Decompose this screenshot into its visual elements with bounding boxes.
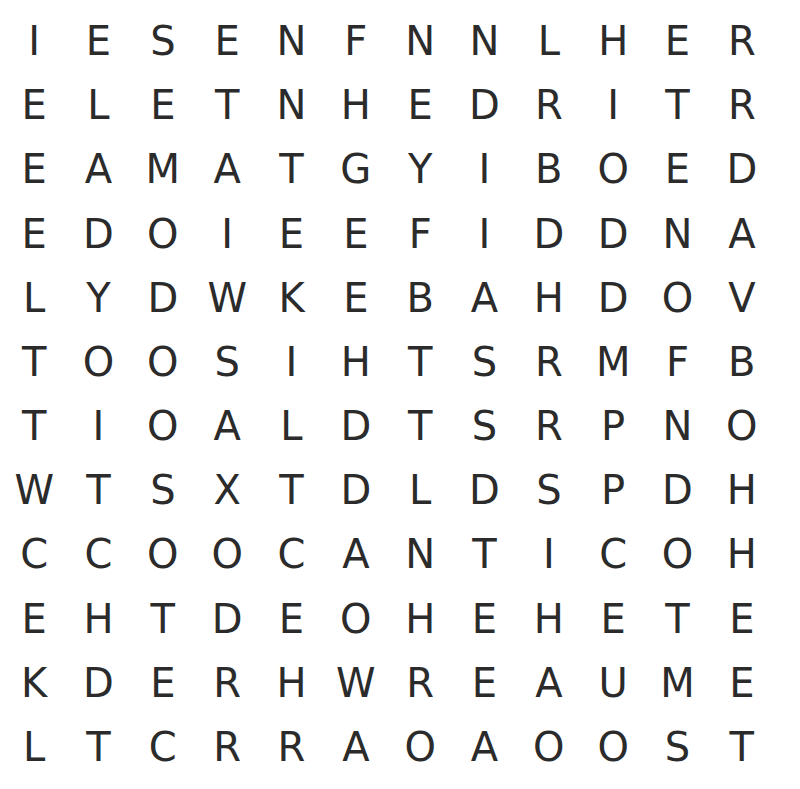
- grid-cell-r1c3[interactable]: S: [131, 9, 195, 73]
- grid-cell-r12c10[interactable]: O: [581, 715, 645, 779]
- grid-cell-r6c10[interactable]: M: [581, 330, 645, 394]
- grid-cell-r9c4[interactable]: O: [195, 522, 259, 586]
- grid-cell-r9c1[interactable]: C: [2, 522, 66, 586]
- grid-cell-r9c3[interactable]: O: [131, 522, 195, 586]
- grid-cell-r4c10[interactable]: D: [581, 201, 645, 265]
- grid-cell-r7c3[interactable]: O: [131, 394, 195, 458]
- grid-cell-r5c12[interactable]: V: [710, 266, 774, 330]
- grid-cell-r1c4[interactable]: E: [195, 9, 259, 73]
- grid-cell-r5c7[interactable]: B: [388, 266, 452, 330]
- grid-cell-r12c6[interactable]: A: [324, 715, 388, 779]
- grid-cell-r7c6[interactable]: D: [324, 394, 388, 458]
- grid-cell-r12c12[interactable]: T: [710, 715, 774, 779]
- grid-cell-r1c12[interactable]: R: [710, 9, 774, 73]
- grid-cell-r11c6[interactable]: W: [324, 651, 388, 715]
- grid-cell-r5c1[interactable]: L: [2, 266, 66, 330]
- grid-cell-r4c5[interactable]: E: [259, 201, 323, 265]
- grid-cell-r5c4[interactable]: W: [195, 266, 259, 330]
- grid-cell-r5c2[interactable]: Y: [66, 266, 130, 330]
- grid-cell-r3c1[interactable]: E: [2, 137, 66, 201]
- grid-cell-r5c9[interactable]: H: [517, 266, 581, 330]
- grid-cell-r10c4[interactable]: D: [195, 586, 259, 650]
- grid-cell-r3c6[interactable]: G: [324, 137, 388, 201]
- grid-cell-r11c12[interactable]: E: [710, 651, 774, 715]
- grid-cell-r10c5[interactable]: E: [259, 586, 323, 650]
- grid-cell-r5c8[interactable]: A: [452, 266, 516, 330]
- grid-cell-r6c3[interactable]: O: [131, 330, 195, 394]
- grid-cell-r8c9[interactable]: S: [517, 458, 581, 522]
- grid-cell-r2c7[interactable]: E: [388, 73, 452, 137]
- grid-cell-r7c9[interactable]: R: [517, 394, 581, 458]
- grid-cell-r10c6[interactable]: O: [324, 586, 388, 650]
- grid-cell-r4c6[interactable]: E: [324, 201, 388, 265]
- grid-cell-r1c5[interactable]: N: [259, 9, 323, 73]
- grid-cell-r8c10[interactable]: P: [581, 458, 645, 522]
- grid-cell-r5c6[interactable]: E: [324, 266, 388, 330]
- grid-cell-r8c7[interactable]: L: [388, 458, 452, 522]
- grid-cell-r12c5[interactable]: R: [259, 715, 323, 779]
- grid-cell-r9c11[interactable]: O: [645, 522, 709, 586]
- grid-cell-r9c2[interactable]: C: [66, 522, 130, 586]
- grid-cell-r7c10[interactable]: P: [581, 394, 645, 458]
- grid-cell-r4c9[interactable]: D: [517, 201, 581, 265]
- grid-cell-r11c11[interactable]: M: [645, 651, 709, 715]
- grid-cell-r6c8[interactable]: S: [452, 330, 516, 394]
- grid-cell-r3c10[interactable]: O: [581, 137, 645, 201]
- grid-cell-r8c1[interactable]: W: [2, 458, 66, 522]
- grid-cell-r2c4[interactable]: T: [195, 73, 259, 137]
- grid-cell-r7c11[interactable]: N: [645, 394, 709, 458]
- grid-cell-r6c9[interactable]: R: [517, 330, 581, 394]
- grid-cell-r12c1[interactable]: L: [2, 715, 66, 779]
- grid-cell-r1c2[interactable]: E: [66, 9, 130, 73]
- grid-cell-r12c7[interactable]: O: [388, 715, 452, 779]
- grid-cell-r7c12[interactable]: O: [710, 394, 774, 458]
- grid-cell-r6c11[interactable]: F: [645, 330, 709, 394]
- grid-cell-r10c1[interactable]: E: [2, 586, 66, 650]
- grid-cell-r7c5[interactable]: L: [259, 394, 323, 458]
- grid-cell-r4c7[interactable]: F: [388, 201, 452, 265]
- grid-cell-r3c7[interactable]: Y: [388, 137, 452, 201]
- grid-cell-r9c12[interactable]: H: [710, 522, 774, 586]
- grid-cell-r5c3[interactable]: D: [131, 266, 195, 330]
- grid-cell-r6c6[interactable]: H: [324, 330, 388, 394]
- grid-cell-r11c5[interactable]: H: [259, 651, 323, 715]
- grid-cell-r2c2[interactable]: L: [66, 73, 130, 137]
- word-search-grid: IESENFNNLHERELETNHEDRITREAMATGYIBOEDEDOI…: [2, 9, 774, 779]
- grid-cell-r4c11[interactable]: N: [645, 201, 709, 265]
- grid-cell-r4c4[interactable]: I: [195, 201, 259, 265]
- grid-cell-r9c6[interactable]: A: [324, 522, 388, 586]
- grid-cell-r9c7[interactable]: N: [388, 522, 452, 586]
- grid-cell-r6c2[interactable]: O: [66, 330, 130, 394]
- grid-cell-r12c8[interactable]: A: [452, 715, 516, 779]
- grid-cell-r12c4[interactable]: R: [195, 715, 259, 779]
- grid-cell-r12c9[interactable]: O: [517, 715, 581, 779]
- grid-cell-r3c4[interactable]: A: [195, 137, 259, 201]
- grid-cell-r12c2[interactable]: T: [66, 715, 130, 779]
- grid-cell-r3c5[interactable]: T: [259, 137, 323, 201]
- grid-cell-r10c12[interactable]: E: [710, 586, 774, 650]
- grid-cell-r2c10[interactable]: I: [581, 73, 645, 137]
- grid-cell-r1c10[interactable]: H: [581, 9, 645, 73]
- grid-cell-r7c7[interactable]: T: [388, 394, 452, 458]
- grid-cell-r2c6[interactable]: H: [324, 73, 388, 137]
- grid-cell-r10c10[interactable]: E: [581, 586, 645, 650]
- grid-cell-r11c9[interactable]: A: [517, 651, 581, 715]
- grid-cell-r3c12[interactable]: D: [710, 137, 774, 201]
- grid-cell-r9c8[interactable]: T: [452, 522, 516, 586]
- grid-cell-r8c6[interactable]: D: [324, 458, 388, 522]
- grid-cell-r5c11[interactable]: O: [645, 266, 709, 330]
- grid-cell-r9c5[interactable]: C: [259, 522, 323, 586]
- grid-cell-r3c11[interactable]: E: [645, 137, 709, 201]
- grid-cell-r2c12[interactable]: R: [710, 73, 774, 137]
- grid-cell-r6c12[interactable]: B: [710, 330, 774, 394]
- grid-cell-r2c3[interactable]: E: [131, 73, 195, 137]
- grid-cell-r9c9[interactable]: I: [517, 522, 581, 586]
- grid-cell-r2c9[interactable]: R: [517, 73, 581, 137]
- grid-cell-r8c2[interactable]: T: [66, 458, 130, 522]
- grid-cell-r2c8[interactable]: D: [452, 73, 516, 137]
- grid-cell-r6c7[interactable]: T: [388, 330, 452, 394]
- grid-cell-r3c2[interactable]: A: [66, 137, 130, 201]
- grid-cell-r11c4[interactable]: R: [195, 651, 259, 715]
- grid-cell-r1c7[interactable]: N: [388, 9, 452, 73]
- grid-cell-r4c8[interactable]: I: [452, 201, 516, 265]
- grid-cell-r6c4[interactable]: S: [195, 330, 259, 394]
- grid-cell-r6c1[interactable]: T: [2, 330, 66, 394]
- grid-cell-r12c11[interactable]: S: [645, 715, 709, 779]
- grid-cell-r1c9[interactable]: L: [517, 9, 581, 73]
- grid-cell-r8c5[interactable]: T: [259, 458, 323, 522]
- grid-cell-r3c3[interactable]: M: [131, 137, 195, 201]
- grid-cell-r11c8[interactable]: E: [452, 651, 516, 715]
- grid-cell-r6c5[interactable]: I: [259, 330, 323, 394]
- grid-cell-r2c1[interactable]: E: [2, 73, 66, 137]
- word-search-board: IESENFNNLHERELETNHEDRITREAMATGYIBOEDEDOI…: [0, 0, 800, 789]
- grid-cell-r1c1[interactable]: I: [2, 9, 66, 73]
- grid-cell-r3c8[interactable]: I: [452, 137, 516, 201]
- grid-cell-r12c3[interactable]: C: [131, 715, 195, 779]
- grid-cell-r8c12[interactable]: H: [710, 458, 774, 522]
- grid-cell-r4c12[interactable]: A: [710, 201, 774, 265]
- grid-cell-r3c9[interactable]: B: [517, 137, 581, 201]
- grid-cell-r4c3[interactable]: O: [131, 201, 195, 265]
- grid-cell-r8c4[interactable]: X: [195, 458, 259, 522]
- grid-cell-r10c7[interactable]: H: [388, 586, 452, 650]
- grid-cell-r10c8[interactable]: E: [452, 586, 516, 650]
- grid-cell-r11c1[interactable]: K: [2, 651, 66, 715]
- grid-cell-r5c5[interactable]: K: [259, 266, 323, 330]
- grid-cell-r1c8[interactable]: N: [452, 9, 516, 73]
- grid-cell-r4c1[interactable]: E: [2, 201, 66, 265]
- grid-cell-r7c4[interactable]: A: [195, 394, 259, 458]
- grid-cell-r10c9[interactable]: H: [517, 586, 581, 650]
- grid-cell-r11c10[interactable]: U: [581, 651, 645, 715]
- grid-cell-r10c2[interactable]: H: [66, 586, 130, 650]
- grid-cell-r2c5[interactable]: N: [259, 73, 323, 137]
- grid-cell-r7c1[interactable]: T: [2, 394, 66, 458]
- grid-cell-r4c2[interactable]: D: [66, 201, 130, 265]
- grid-cell-r7c2[interactable]: I: [66, 394, 130, 458]
- grid-cell-r8c11[interactable]: D: [645, 458, 709, 522]
- grid-cell-r11c2[interactable]: D: [66, 651, 130, 715]
- grid-cell-r8c8[interactable]: D: [452, 458, 516, 522]
- grid-cell-r7c8[interactable]: S: [452, 394, 516, 458]
- grid-cell-r9c10[interactable]: C: [581, 522, 645, 586]
- grid-cell-r5c10[interactable]: D: [581, 266, 645, 330]
- grid-cell-r11c3[interactable]: E: [131, 651, 195, 715]
- grid-cell-r11c7[interactable]: R: [388, 651, 452, 715]
- grid-cell-r8c3[interactable]: S: [131, 458, 195, 522]
- grid-cell-r1c11[interactable]: E: [645, 9, 709, 73]
- grid-cell-r10c3[interactable]: T: [131, 586, 195, 650]
- grid-cell-r1c6[interactable]: F: [324, 9, 388, 73]
- grid-cell-r10c11[interactable]: T: [645, 586, 709, 650]
- grid-cell-r2c11[interactable]: T: [645, 73, 709, 137]
